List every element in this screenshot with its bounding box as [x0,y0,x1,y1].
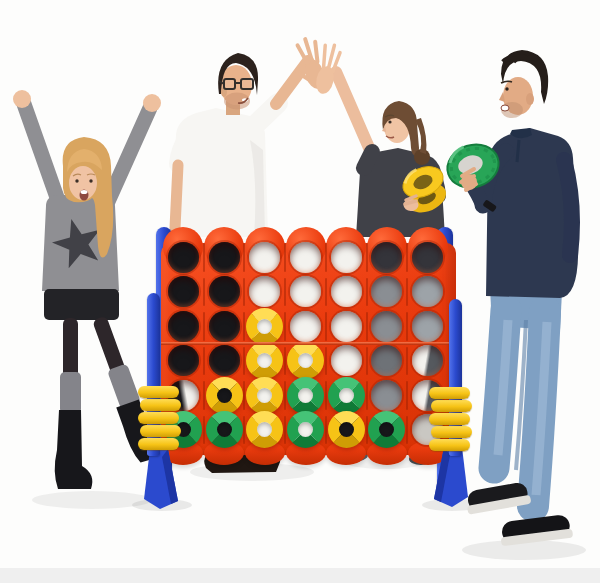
disc-yellow [246,411,283,448]
hole [290,311,321,342]
hole [412,276,443,307]
storage-ring-yellow[interactable] [429,439,470,451]
cell-r6c4[interactable] [285,413,326,448]
disc-green [328,377,365,414]
cell-r4c3[interactable] [244,344,285,379]
cell-r3c4[interactable] [285,309,326,344]
cell-r5c4[interactable] [285,378,326,413]
cell-r2c6[interactable] [367,275,408,310]
left-board-foot [138,449,184,509]
giant-connect-four-scene [0,0,600,583]
sneaker [499,514,573,547]
cell-r5c5[interactable] [326,378,367,413]
storage-ring-yellow[interactable] [138,412,179,424]
disc-yellow [328,411,365,448]
cell-r2c2[interactable] [204,275,245,310]
disc-yellow [246,377,283,414]
cell-r4c6[interactable] [367,344,408,379]
cell-r1c1[interactable] [163,240,204,275]
cell-r5c6[interactable] [367,378,408,413]
storage-ring-yellow[interactable] [429,413,470,425]
cell-r4c2[interactable] [204,344,245,379]
cell-r5c2[interactable] [204,378,245,413]
hole [331,345,362,376]
cell-r2c5[interactable] [326,275,367,310]
hole [168,311,199,342]
hole [168,242,199,273]
cell-r1c6[interactable] [367,240,408,275]
cell-r3c3[interactable] [244,309,285,344]
hole [249,276,280,307]
hole [371,242,402,273]
storage-ring-yellow[interactable] [138,386,179,398]
disc-yellow [246,342,283,379]
storage-ring-yellow[interactable] [431,400,472,412]
hole [371,345,402,376]
hole [412,311,443,342]
cell-r2c1[interactable] [163,275,204,310]
hole [331,311,362,342]
hole [412,242,443,273]
storage-ring-yellow[interactable] [138,438,179,450]
cell-r3c7[interactable] [407,309,448,344]
hole [371,276,402,307]
hole [209,242,240,273]
storage-ring-yellow[interactable] [140,399,181,411]
cell-r6c5[interactable] [326,413,367,448]
hole [209,311,240,342]
disc-yellow [206,377,243,414]
cell-r2c7[interactable] [407,275,448,310]
cell-r1c3[interactable] [244,240,285,275]
hole [331,242,362,273]
hole [290,276,321,307]
cell-r5c3[interactable] [244,378,285,413]
cell-r1c4[interactable] [285,240,326,275]
left-leg-rings[interactable] [140,386,181,451]
disc-green [287,377,324,414]
storage-ring-yellow[interactable] [429,387,470,399]
disc-green [287,411,324,448]
cell-r4c5[interactable] [326,344,367,379]
hole [331,276,362,307]
hole [168,345,199,376]
storage-ring-yellow[interactable] [140,425,181,437]
hole [290,242,321,273]
cell-r3c2[interactable] [204,309,245,344]
cell-r1c2[interactable] [204,240,245,275]
cell-r4c7[interactable] [407,344,448,379]
disc-yellow [287,342,324,379]
disc-yellow [246,308,283,345]
board-middle-seam [161,342,456,345]
cell-r4c1[interactable] [163,344,204,379]
cell-r6c2[interactable] [204,413,245,448]
hole [371,311,402,342]
cell-r6c3[interactable] [244,413,285,448]
cell-r3c5[interactable] [326,309,367,344]
hole [249,242,280,273]
right-leg-rings[interactable] [431,387,472,452]
disc-green [206,411,243,448]
cell-r4c4[interactable] [285,344,326,379]
hole [412,345,443,376]
cell-r1c5[interactable] [326,240,367,275]
hole [371,380,402,411]
hole [168,276,199,307]
right-board-foot [428,447,474,507]
disc-green [368,411,405,448]
hole [209,345,240,376]
storage-ring-yellow[interactable] [431,426,472,438]
cell-r3c6[interactable] [367,309,408,344]
cell-r1c7[interactable] [407,240,448,275]
cell-r2c3[interactable] [244,275,285,310]
cell-r6c6[interactable] [367,413,408,448]
hole [209,276,240,307]
connect-four-board [161,243,456,455]
cell-r2c4[interactable] [285,275,326,310]
cell-r3c1[interactable] [163,309,204,344]
